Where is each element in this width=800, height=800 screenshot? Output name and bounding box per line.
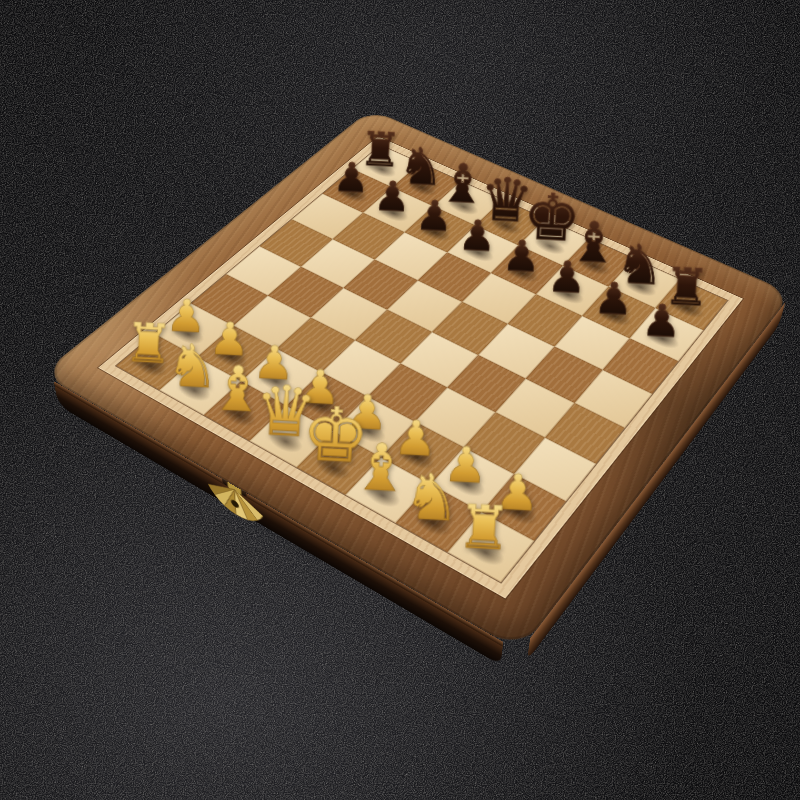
scene: ♜♞♝♛♚♝♞♜♟♟♟♟♟♟♟♟♟♟♟♟♟♟♟♟♜♞♝♛♚♝♞♜ (0, 0, 800, 800)
white-rook: ♜ (451, 498, 517, 558)
